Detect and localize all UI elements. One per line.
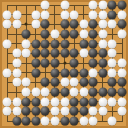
white-stone <box>118 30 127 39</box>
white-stone <box>31 88 40 97</box>
white-stone <box>118 10 127 19</box>
white-stone <box>70 88 79 97</box>
black-stone <box>31 68 40 77</box>
white-stone <box>108 39 117 48</box>
white-stone <box>60 1 69 10</box>
black-stone <box>31 117 40 126</box>
black-stone <box>70 59 79 68</box>
black-stone <box>70 97 79 106</box>
black-stone <box>70 68 79 77</box>
white-stone <box>41 10 50 19</box>
white-stone <box>79 117 88 126</box>
white-stone <box>3 97 12 106</box>
white-stone <box>60 107 69 116</box>
white-stone <box>79 49 88 58</box>
black-stone <box>31 97 40 106</box>
white-stone <box>98 39 107 48</box>
black-stone <box>118 20 127 29</box>
white-stone <box>89 68 98 77</box>
go-board[interactable] <box>0 0 128 128</box>
black-stone <box>98 88 107 97</box>
black-stone <box>41 59 50 68</box>
black-stone <box>118 78 127 87</box>
white-stone <box>50 107 59 116</box>
white-stone <box>79 20 88 29</box>
black-stone <box>89 49 98 58</box>
white-stone <box>89 107 98 116</box>
black-stone <box>89 78 98 87</box>
white-stone <box>98 10 107 19</box>
white-stone <box>98 1 107 10</box>
white-stone <box>108 49 117 58</box>
white-stone <box>12 97 21 106</box>
black-stone <box>50 49 59 58</box>
white-stone <box>41 117 50 126</box>
black-stone <box>50 88 59 97</box>
black-stone <box>70 49 79 58</box>
black-stone <box>31 59 40 68</box>
white-stone <box>108 59 117 68</box>
white-stone <box>98 97 107 106</box>
white-stone <box>12 49 21 58</box>
white-stone <box>98 30 107 39</box>
white-stone <box>22 39 31 48</box>
white-stone <box>108 20 117 29</box>
black-stone <box>60 117 69 126</box>
black-stone <box>22 97 31 106</box>
white-stone <box>79 88 88 97</box>
white-stone <box>41 97 50 106</box>
white-stone <box>79 30 88 39</box>
white-stone <box>3 39 12 48</box>
black-stone <box>31 39 40 48</box>
white-stone <box>60 10 69 19</box>
white-stone <box>118 59 127 68</box>
white-stone <box>89 10 98 19</box>
black-stone <box>79 78 88 87</box>
white-stone <box>41 88 50 97</box>
black-stone <box>89 88 98 97</box>
black-stone <box>50 68 59 77</box>
black-stone <box>60 30 69 39</box>
black-stone <box>108 10 117 19</box>
white-stone <box>31 20 40 29</box>
black-stone <box>108 1 117 10</box>
black-stone <box>89 30 98 39</box>
black-stone <box>108 88 117 97</box>
white-stone <box>12 59 21 68</box>
white-stone <box>22 49 31 58</box>
black-stone <box>70 30 79 39</box>
black-stone <box>22 30 31 39</box>
white-stone <box>12 107 21 116</box>
black-stone <box>108 78 117 87</box>
black-stone <box>60 39 69 48</box>
white-stone <box>118 68 127 77</box>
white-stone <box>89 1 98 10</box>
black-stone <box>41 20 50 29</box>
white-stone <box>3 10 12 19</box>
white-stone <box>12 68 21 77</box>
black-stone <box>41 49 50 58</box>
black-stone <box>89 20 98 29</box>
white-stone <box>70 78 79 87</box>
black-stone <box>89 39 98 48</box>
black-stone <box>41 39 50 48</box>
black-stone <box>60 68 69 77</box>
black-stone <box>22 107 31 116</box>
black-stone <box>79 39 88 48</box>
white-stone <box>60 78 69 87</box>
white-stone <box>22 88 31 97</box>
black-stone <box>89 97 98 106</box>
white-stone <box>98 107 107 116</box>
hoshi-star-point <box>25 23 28 26</box>
white-stone <box>31 10 40 19</box>
white-stone <box>12 10 21 19</box>
black-stone <box>50 59 59 68</box>
black-stone <box>12 117 21 126</box>
white-stone <box>22 78 31 87</box>
black-stone <box>60 88 69 97</box>
white-stone <box>60 97 69 106</box>
black-stone <box>41 30 50 39</box>
white-stone <box>3 107 12 116</box>
white-stone <box>108 117 117 126</box>
black-stone <box>98 59 107 68</box>
white-stone <box>89 117 98 126</box>
white-stone <box>50 97 59 106</box>
black-stone <box>31 49 40 58</box>
black-stone <box>98 68 107 77</box>
black-stone <box>79 68 88 77</box>
black-stone <box>118 1 127 10</box>
black-stone <box>60 20 69 29</box>
black-stone <box>79 97 88 106</box>
black-stone <box>79 107 88 116</box>
white-stone <box>118 107 127 116</box>
white-stone <box>3 68 12 77</box>
hoshi-star-point <box>63 62 66 65</box>
black-stone <box>50 39 59 48</box>
white-stone <box>70 10 79 19</box>
white-stone <box>108 68 117 77</box>
white-stone <box>12 78 21 87</box>
black-stone <box>89 59 98 68</box>
white-stone <box>50 30 59 39</box>
white-stone <box>118 97 127 106</box>
black-stone <box>70 117 79 126</box>
white-stone <box>12 20 21 29</box>
black-stone <box>22 117 31 126</box>
black-stone <box>41 107 50 116</box>
white-stone <box>98 20 107 29</box>
white-stone <box>3 20 12 29</box>
black-stone <box>98 49 107 58</box>
black-stone <box>60 49 69 58</box>
black-stone <box>31 107 40 116</box>
black-stone <box>70 107 79 116</box>
black-stone <box>50 78 59 87</box>
white-stone <box>108 97 117 106</box>
black-stone <box>41 78 50 87</box>
black-stone <box>118 88 127 97</box>
white-stone <box>41 1 50 10</box>
white-stone <box>50 117 59 126</box>
black-stone <box>70 20 79 29</box>
